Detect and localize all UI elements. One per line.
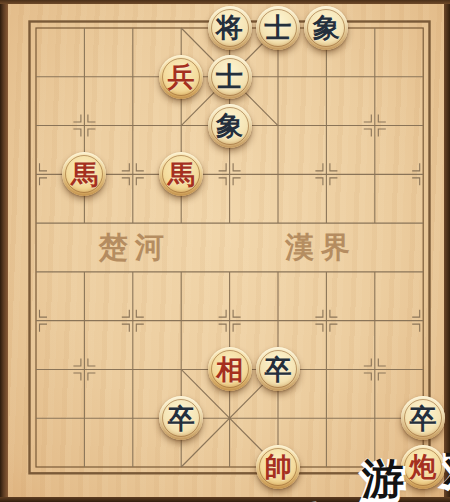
piece-black-soldier[interactable]: 卒 [401, 396, 445, 440]
piece-red-general[interactable]: 帥 [256, 445, 300, 489]
piece-glyph: 象 [216, 112, 243, 139]
piece-glyph: 馬 [168, 161, 195, 188]
piece-red-cannon[interactable]: 炮 [401, 445, 445, 489]
piece-black-elephant[interactable]: 象 [208, 104, 252, 148]
piece-red-horse[interactable]: 馬 [159, 152, 203, 196]
piece-glyph: 相 [216, 356, 243, 383]
piece-glyph: 帥 [264, 453, 291, 480]
piece-glyph: 馬 [71, 161, 98, 188]
piece-glyph: 卒 [410, 405, 437, 432]
piece-glyph: 炮 [410, 453, 437, 480]
piece-black-advisor[interactable]: 士 [208, 55, 252, 99]
piece-black-soldier[interactable]: 卒 [256, 347, 300, 391]
pieces-layer: 将士象兵士象馬馬相卒卒卒帥炮 [12, 4, 448, 492]
piece-glyph: 兵 [168, 63, 195, 90]
piece-glyph: 卒 [168, 405, 195, 432]
piece-red-soldier[interactable]: 兵 [159, 55, 203, 99]
piece-black-general[interactable]: 将 [208, 6, 252, 50]
piece-glyph: 象 [313, 14, 340, 41]
piece-glyph: 卒 [264, 356, 291, 383]
board-frame-left [0, 0, 8, 502]
piece-glyph: 士 [216, 63, 243, 90]
xiangqi-app-screen: 楚河 漢界 将士象兵士象馬馬相卒卒卒帥炮 UCBUG 游 戏 网 .com [0, 0, 450, 502]
piece-red-horse[interactable]: 馬 [62, 152, 106, 196]
board-frame-bottom [0, 497, 450, 502]
piece-glyph: 将 [216, 14, 243, 41]
piece-red-elephant[interactable]: 相 [208, 347, 252, 391]
piece-black-elephant[interactable]: 象 [304, 6, 348, 50]
piece-glyph: 士 [264, 14, 291, 41]
piece-black-advisor[interactable]: 士 [256, 6, 300, 50]
piece-black-soldier[interactable]: 卒 [159, 396, 203, 440]
